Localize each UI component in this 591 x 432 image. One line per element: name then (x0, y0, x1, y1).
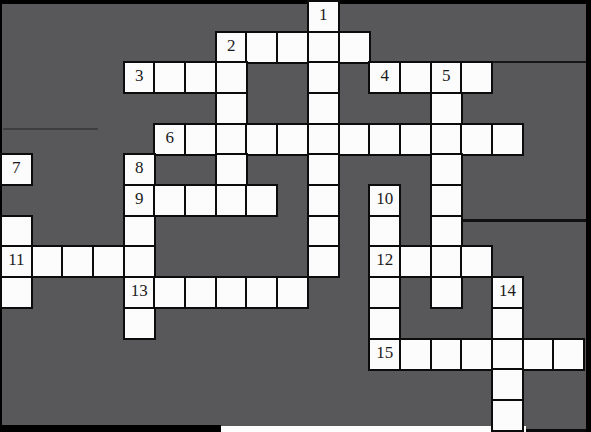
grid-cell-r11c17[interactable] (522, 338, 555, 371)
grid-cell-r4c9[interactable] (276, 123, 309, 156)
clue-number-1: 1 (309, 2, 338, 27)
grid-cell-r2c6[interactable] (184, 61, 217, 94)
grid-cell-r8c4[interactable] (123, 245, 156, 278)
grid-cell-r1c7[interactable]: 2 (215, 31, 248, 64)
grid-cell-r7c0[interactable] (0, 215, 33, 248)
grid-cell-r3c10[interactable] (307, 92, 340, 125)
clue-number-11: 11 (2, 247, 31, 272)
grid-cell-r11c15[interactable] (460, 338, 493, 371)
grid-cell-r6c6[interactable] (184, 184, 217, 217)
grid-cell-r8c2[interactable] (61, 245, 94, 278)
grid-cell-r13c16[interactable] (491, 399, 524, 432)
clue-number-14: 14 (493, 278, 522, 303)
grid-cell-r1c8[interactable] (245, 31, 278, 64)
grid-cell-r9c12[interactable] (368, 276, 401, 309)
clue-number-15: 15 (370, 340, 399, 365)
grid-cell-r2c10[interactable] (307, 61, 340, 94)
grid-cell-r1c11[interactable] (338, 31, 371, 64)
grid-cell-r6c7[interactable] (215, 184, 248, 217)
crossword-board: 123456789101112131415 (0, 0, 591, 432)
clue-number-2: 2 (217, 33, 246, 58)
grid-cell-r8c13[interactable] (399, 245, 432, 278)
grid-cell-r4c5[interactable]: 6 (153, 123, 186, 156)
grid-cell-r8c3[interactable] (92, 245, 125, 278)
grid-cell-r8c1[interactable] (31, 245, 64, 278)
crossword-page: 123456789101112131415 (0, 0, 591, 432)
clue-number-6: 6 (155, 125, 184, 150)
grid-cell-r11c13[interactable] (399, 338, 432, 371)
grid-cell-r2c5[interactable] (153, 61, 186, 94)
grid-cell-r4c6[interactable] (184, 123, 217, 156)
grid-cell-r5c0[interactable]: 7 (0, 153, 33, 186)
grid-cell-r9c6[interactable] (184, 276, 217, 309)
clue-number-12: 12 (370, 247, 399, 272)
grid-cell-r1c9[interactable] (276, 31, 309, 64)
grid-cell-r8c14[interactable] (430, 245, 463, 278)
grid-cell-r9c8[interactable] (245, 276, 278, 309)
grid-cell-r5c14[interactable] (430, 153, 463, 186)
grid-cell-r7c4[interactable] (123, 215, 156, 248)
grid-cell-r4c14[interactable] (430, 123, 463, 156)
grid-cell-r8c12[interactable]: 12 (368, 245, 401, 278)
grid-cell-r9c0[interactable] (0, 276, 33, 309)
grid-cell-r2c14[interactable]: 5 (430, 61, 463, 94)
grid-cell-r6c4[interactable]: 9 (123, 184, 156, 217)
clue-number-4: 4 (370, 63, 399, 88)
grid-cell-r2c4[interactable]: 3 (123, 61, 156, 94)
grid-cell-r2c13[interactable] (399, 61, 432, 94)
grid-cell-r8c10[interactable] (307, 245, 340, 278)
grid-cell-r4c15[interactable] (460, 123, 493, 156)
grid-cell-r4c7[interactable] (215, 123, 248, 156)
grid-cell-r8c0[interactable]: 11 (0, 245, 33, 278)
grid-cell-r1c10[interactable] (307, 31, 340, 64)
grid-cell-r6c8[interactable] (245, 184, 278, 217)
grid-cell-r9c16[interactable]: 14 (491, 276, 524, 309)
grid-cell-r5c7[interactable] (215, 153, 248, 186)
grid-cell-r10c16[interactable] (491, 307, 524, 340)
grid-cell-r9c4[interactable]: 13 (123, 276, 156, 309)
grid-cell-r4c12[interactable] (368, 123, 401, 156)
grid-cell-r5c10[interactable] (307, 153, 340, 186)
grid-cell-r3c14[interactable] (430, 92, 463, 125)
grid-cell-r12c16[interactable] (491, 368, 524, 401)
grid-cell-r7c10[interactable] (307, 215, 340, 248)
grid-cell-r6c12[interactable]: 10 (368, 184, 401, 217)
clue-number-10: 10 (370, 186, 399, 211)
grid-cell-r9c14[interactable] (430, 276, 463, 309)
clue-number-9: 9 (125, 186, 154, 211)
clue-number-7: 7 (2, 155, 31, 180)
grid-cell-r10c4[interactable] (123, 307, 156, 340)
clue-number-13: 13 (125, 278, 154, 303)
frame-right-border (586, 0, 591, 432)
grid-cell-r11c18[interactable] (552, 338, 585, 371)
grid-cell-r4c13[interactable] (399, 123, 432, 156)
grid-cell-r8c15[interactable] (460, 245, 493, 278)
grid-cell-r5c4[interactable]: 8 (123, 153, 156, 186)
grid-cell-r11c16[interactable] (491, 338, 524, 371)
grid-cell-r4c10[interactable] (307, 123, 340, 156)
grid-cell-r6c5[interactable] (153, 184, 186, 217)
grid-cell-r9c5[interactable] (153, 276, 186, 309)
grid-cell-r2c12[interactable]: 4 (368, 61, 401, 94)
clue-number-3: 3 (125, 63, 154, 88)
grid-cell-r6c14[interactable] (430, 184, 463, 217)
grid-cell-r7c14[interactable] (430, 215, 463, 248)
grid-cell-r7c12[interactable] (368, 215, 401, 248)
grid-cell-r4c8[interactable] (245, 123, 278, 156)
grid-cell-r9c9[interactable] (276, 276, 309, 309)
grid-cell-r4c11[interactable] (338, 123, 371, 156)
grid-cell-r2c7[interactable] (215, 61, 248, 94)
grid-cell-r3c7[interactable] (215, 92, 248, 125)
clue-number-8: 8 (125, 155, 154, 180)
grid-cell-r6c10[interactable] (307, 184, 340, 217)
grid-cell-r9c7[interactable] (215, 276, 248, 309)
grid-cell-r0c10[interactable]: 1 (307, 0, 340, 33)
grid-cell-r11c12[interactable]: 15 (368, 338, 401, 371)
grid-cell-r4c16[interactable] (491, 123, 524, 156)
clue-number-5: 5 (432, 63, 461, 88)
grid-cell-r2c15[interactable] (460, 61, 493, 94)
grid-cell-r10c12[interactable] (368, 307, 401, 340)
grid-cell-r11c14[interactable] (430, 338, 463, 371)
